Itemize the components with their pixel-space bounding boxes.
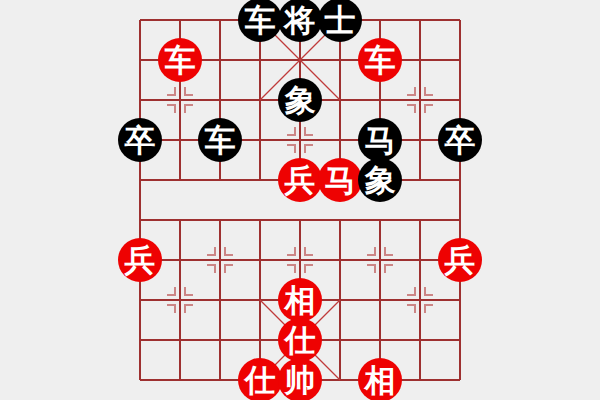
xiangqi-board[interactable]: 车将士车车象卒车马卒兵马象兵兵相仕仕帅相	[0, 0, 600, 400]
piece-red-king[interactable]: 帅	[278, 358, 322, 400]
piece-red-pawn[interactable]: 兵	[118, 238, 162, 282]
piece-black-elephant[interactable]: 象	[278, 78, 322, 122]
piece-black-advisor[interactable]: 士	[318, 0, 362, 42]
piece-red-pawn[interactable]: 兵	[278, 158, 322, 202]
piece-red-chariot[interactable]: 车	[358, 38, 402, 82]
piece-black-pawn[interactable]: 卒	[118, 118, 162, 162]
piece-red-pawn[interactable]: 兵	[438, 238, 482, 282]
piece-black-elephant[interactable]: 象	[358, 158, 402, 202]
piece-red-chariot[interactable]: 车	[158, 38, 202, 82]
piece-layer: 车将士车车象卒车马卒兵马象兵兵相仕仕帅相	[120, 0, 480, 400]
piece-black-pawn[interactable]: 卒	[438, 118, 482, 162]
piece-red-horse[interactable]: 马	[318, 158, 362, 202]
piece-black-chariot[interactable]: 车	[198, 118, 242, 162]
piece-red-advisor[interactable]: 仕	[278, 318, 322, 362]
piece-red-elephant[interactable]: 相	[278, 278, 322, 322]
piece-black-chariot[interactable]: 车	[238, 0, 282, 42]
piece-black-horse[interactable]: 马	[358, 118, 402, 162]
piece-black-king[interactable]: 将	[278, 0, 322, 42]
piece-red-advisor[interactable]: 仕	[238, 358, 282, 400]
piece-red-elephant[interactable]: 相	[358, 358, 402, 400]
